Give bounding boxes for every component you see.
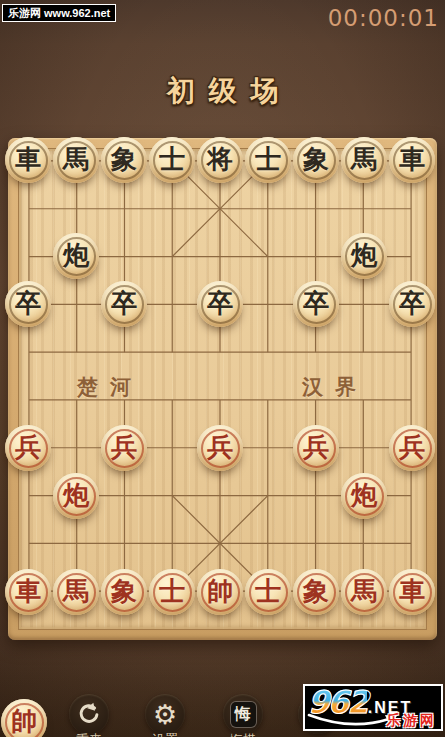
piece-車-red[interactable]: 車	[5, 569, 51, 615]
piece-炮-black[interactable]: 炮	[341, 233, 387, 279]
game-timer: 00:00:01	[328, 5, 439, 31]
piece-将-black[interactable]: 将	[197, 137, 243, 183]
undo-piece-icon: 悔	[231, 702, 256, 727]
undo-button[interactable]: 悔 悔棋	[223, 694, 263, 734]
settings-button[interactable]: ⚙ 设置	[145, 694, 185, 734]
piece-卒-black[interactable]: 卒	[5, 281, 51, 327]
piece-馬-red[interactable]: 馬	[341, 569, 387, 615]
gear-icon: ⚙	[153, 701, 177, 728]
site-watermark-bottom: 962 .NET 乐游网	[303, 684, 443, 731]
piece-車-black[interactable]: 車	[5, 137, 51, 183]
river-label-left: 楚河	[77, 373, 143, 401]
page-title: 初级场	[0, 72, 445, 110]
piece-馬-black[interactable]: 馬	[53, 137, 99, 183]
piece-卒-black[interactable]: 卒	[197, 281, 243, 327]
river-label-right: 汉界	[302, 373, 368, 401]
piece-車-black[interactable]: 車	[389, 137, 435, 183]
undo-label: 悔棋	[230, 731, 256, 737]
piece-卒-black[interactable]: 卒	[389, 281, 435, 327]
piece-士-black[interactable]: 士	[149, 137, 195, 183]
settings-label: 设置	[152, 731, 178, 737]
screen: { "game": "xiangqi", "header": { "waterm…	[0, 0, 445, 737]
piece-士-black[interactable]: 士	[245, 137, 291, 183]
piece-兵-red[interactable]: 兵	[101, 425, 147, 471]
piece-炮-red[interactable]: 炮	[341, 473, 387, 519]
piece-馬-red[interactable]: 馬	[53, 569, 99, 615]
piece-兵-red[interactable]: 兵	[293, 425, 339, 471]
piece-卒-black[interactable]: 卒	[293, 281, 339, 327]
piece-士-red[interactable]: 士	[149, 569, 195, 615]
board-grid[interactable]: 楚河 汉界	[18, 148, 427, 630]
piece-士-red[interactable]: 士	[245, 569, 291, 615]
piece-象-black[interactable]: 象	[293, 137, 339, 183]
piece-馬-black[interactable]: 馬	[341, 137, 387, 183]
piece-炮-red[interactable]: 炮	[53, 473, 99, 519]
site-watermark-top: 乐游网 www.962.net	[2, 4, 116, 22]
piece-象-red[interactable]: 象	[101, 569, 147, 615]
piece-兵-red[interactable]: 兵	[5, 425, 51, 471]
piece-卒-black[interactable]: 卒	[101, 281, 147, 327]
restart-label: 重来	[76, 731, 102, 737]
logo-site-name: 乐游网	[386, 712, 437, 730]
player-side-piece: 帥	[1, 699, 47, 737]
restart-icon	[76, 701, 102, 727]
restart-button[interactable]: 重来	[69, 694, 109, 734]
piece-象-red[interactable]: 象	[293, 569, 339, 615]
piece-兵-red[interactable]: 兵	[389, 425, 435, 471]
piece-炮-black[interactable]: 炮	[53, 233, 99, 279]
piece-車-red[interactable]: 車	[389, 569, 435, 615]
piece-象-black[interactable]: 象	[101, 137, 147, 183]
piece-兵-red[interactable]: 兵	[197, 425, 243, 471]
xiangqi-board: 楚河 汉界 車馬象士将士象馬車炮炮卒卒卒卒卒兵兵兵兵兵炮炮車馬象士帥士象馬車	[8, 138, 437, 640]
piece-帥-red[interactable]: 帥	[197, 569, 243, 615]
